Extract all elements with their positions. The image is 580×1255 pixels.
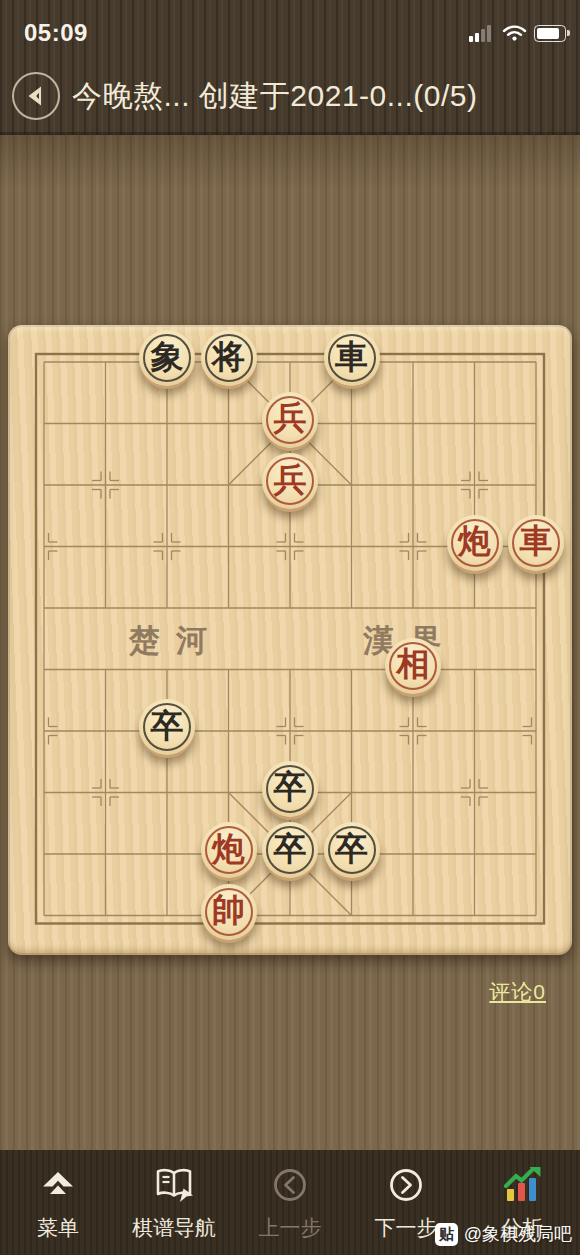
previous-step-icon bbox=[272, 1167, 308, 1203]
status-bar: 05:09 bbox=[0, 0, 580, 60]
piece-glyph: 相 bbox=[397, 648, 430, 683]
piece-black-pawn[interactable]: 卒 bbox=[262, 761, 318, 817]
piece-glyph: 車 bbox=[520, 525, 553, 560]
piece-red-pawn[interactable]: 兵 bbox=[262, 392, 318, 448]
piece-black-general[interactable]: 将 bbox=[201, 330, 257, 386]
river-label-left: 楚河 bbox=[129, 620, 223, 662]
piece-glyph: 炮 bbox=[458, 525, 491, 560]
toolbar-next-step-label: 下一步 bbox=[375, 1214, 438, 1242]
piece-glyph: 兵 bbox=[274, 464, 307, 499]
wood-background: 楚河 漢界 象将車兵兵炮車相卒卒炮卒卒帥 评论0 bbox=[0, 135, 580, 1150]
menu-icon bbox=[40, 1172, 76, 1198]
piece-glyph: 兵 bbox=[274, 402, 307, 437]
comments-link[interactable]: 评论0 bbox=[489, 978, 546, 1006]
piece-red-chariot[interactable]: 車 bbox=[508, 515, 564, 571]
toolbar-previous-step-label: 上一步 bbox=[259, 1214, 322, 1242]
piece-black-elephant[interactable]: 象 bbox=[139, 330, 195, 386]
tieba-logo-icon: 贴 bbox=[435, 1223, 458, 1246]
piece-black-pawn[interactable]: 卒 bbox=[324, 822, 380, 878]
analysis-chart-icon bbox=[503, 1167, 541, 1203]
piece-glyph: 卒 bbox=[274, 833, 307, 868]
toolbar-game-record-nav-button[interactable]: 棋谱导航 bbox=[116, 1163, 232, 1242]
clock: 05:09 bbox=[24, 19, 88, 47]
watermark: 贴 @象棋残局吧 bbox=[435, 1222, 572, 1246]
book-navigation-icon bbox=[153, 1167, 195, 1203]
watermark-text: @象棋残局吧 bbox=[464, 1222, 572, 1246]
piece-black-pawn[interactable]: 卒 bbox=[262, 822, 318, 878]
battery-icon bbox=[534, 25, 566, 42]
toolbar-menu-label: 菜单 bbox=[37, 1214, 79, 1242]
piece-glyph: 卒 bbox=[151, 710, 184, 745]
piece-glyph: 車 bbox=[335, 341, 368, 376]
xiangqi-board[interactable]: 楚河 漢界 象将車兵兵炮車相卒卒炮卒卒帥 bbox=[8, 325, 572, 955]
toolbar-previous-step-button[interactable]: 上一步 bbox=[232, 1163, 348, 1242]
nav-bar: 今晚熬... 创建于2021-0...(0/5) bbox=[0, 60, 580, 135]
piece-red-elephant[interactable]: 相 bbox=[385, 638, 441, 694]
piece-red-cannon[interactable]: 炮 bbox=[447, 515, 503, 571]
piece-glyph: 卒 bbox=[274, 771, 307, 806]
toolbar-game-record-nav-label: 棋谱导航 bbox=[132, 1214, 216, 1242]
next-step-icon bbox=[388, 1167, 424, 1203]
piece-glyph: 象 bbox=[151, 341, 184, 376]
piece-glyph: 炮 bbox=[212, 833, 245, 868]
piece-glyph: 卒 bbox=[335, 833, 368, 868]
piece-red-cannon[interactable]: 炮 bbox=[201, 822, 257, 878]
piece-glyph: 将 bbox=[212, 341, 245, 376]
piece-glyph: 帥 bbox=[212, 894, 245, 929]
piece-red-pawn[interactable]: 兵 bbox=[262, 453, 318, 509]
back-button[interactable] bbox=[12, 72, 60, 120]
back-chevron-icon bbox=[23, 83, 49, 109]
piece-red-general[interactable]: 帥 bbox=[201, 884, 257, 940]
piece-black-pawn[interactable]: 卒 bbox=[139, 699, 195, 755]
toolbar-menu-button[interactable]: 菜单 bbox=[0, 1163, 116, 1242]
wifi-icon bbox=[502, 24, 527, 42]
page-title: 今晚熬... 创建于2021-0...(0/5) bbox=[72, 76, 477, 117]
piece-black-chariot[interactable]: 車 bbox=[324, 330, 380, 386]
cellular-signal-icon bbox=[469, 24, 495, 42]
